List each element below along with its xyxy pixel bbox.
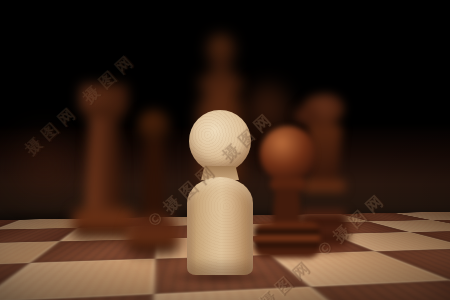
chess-photo-stage: ©摄图网 摄图网 摄图网 ©摄图网 摄图网 摄图网 bbox=[0, 0, 450, 300]
